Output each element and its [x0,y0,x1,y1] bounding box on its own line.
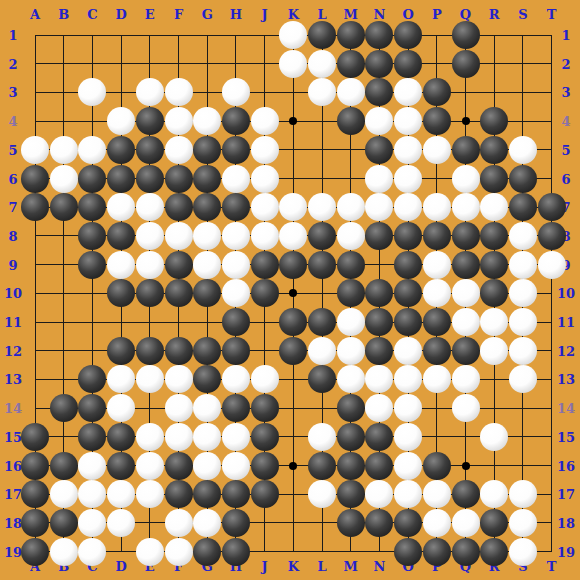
black-stone-N16 [365,452,393,480]
row-label-left-15: 15 [4,430,22,443]
white-stone-E19 [136,538,164,566]
black-stone-J14 [251,394,279,422]
white-stone-J7 [251,193,279,221]
black-stone-M2 [337,50,365,78]
black-stone-P8 [423,222,451,250]
white-stone-T9 [538,251,566,279]
col-label-top-P: P [432,8,442,21]
black-stone-G5 [193,136,221,164]
black-stone-R10 [480,279,508,307]
white-stone-J5 [251,136,279,164]
white-stone-Q7 [452,193,480,221]
col-label-top-A: A [30,8,40,21]
star-point-Q16 [462,462,470,470]
black-stone-L13 [308,365,336,393]
col-label-bottom-K: K [288,560,299,573]
row-label-right-13: 13 [557,373,575,386]
white-stone-H10 [222,279,250,307]
white-stone-H8 [222,222,250,250]
black-stone-F6 [165,165,193,193]
white-stone-L3 [308,78,336,106]
row-label-left-8: 8 [8,229,17,242]
black-stone-O11 [394,308,422,336]
white-stone-S5 [509,136,537,164]
white-stone-P17 [423,480,451,508]
white-stone-C19 [78,538,106,566]
white-stone-S9 [509,251,537,279]
white-stone-M3 [337,78,365,106]
black-stone-P4 [423,107,451,135]
col-label-top-H: H [230,8,242,21]
white-stone-N6 [365,165,393,193]
white-stone-D7 [107,193,135,221]
white-stone-P7 [423,193,451,221]
col-label-top-L: L [317,8,326,21]
white-stone-L7 [308,193,336,221]
row-label-right-1: 1 [561,29,570,42]
white-stone-N17 [365,480,393,508]
black-stone-S6 [509,165,537,193]
col-label-top-C: C [87,8,97,21]
black-stone-M10 [337,279,365,307]
white-stone-O13 [394,365,422,393]
row-label-right-12: 12 [557,344,575,357]
black-stone-C15 [78,423,106,451]
black-stone-O9 [394,251,422,279]
row-label-left-7: 7 [8,201,17,214]
black-stone-S7 [509,193,537,221]
black-stone-G17 [193,480,221,508]
white-stone-Q14 [452,394,480,422]
black-stone-A19 [21,538,49,566]
white-stone-O12 [394,337,422,365]
white-stone-R12 [480,337,508,365]
star-point-K10 [289,289,297,297]
black-stone-N15 [365,423,393,451]
white-stone-H16 [222,452,250,480]
col-label-top-O: O [402,8,413,21]
row-label-right-10: 10 [557,287,575,300]
col-label-top-N: N [373,8,385,21]
col-label-top-G: G [202,8,213,21]
black-stone-J16 [251,452,279,480]
black-stone-N10 [365,279,393,307]
black-stone-R19 [480,538,508,566]
white-stone-R17 [480,480,508,508]
white-stone-P9 [423,251,451,279]
black-stone-C6 [78,165,106,193]
white-stone-D4 [107,107,135,135]
white-stone-C3 [78,78,106,106]
row-label-left-14: 14 [4,402,22,415]
black-stone-Q2 [452,50,480,78]
black-stone-D5 [107,136,135,164]
black-stone-O18 [394,509,422,537]
col-label-top-K: K [288,8,299,21]
row-label-right-19: 19 [557,545,575,558]
white-stone-E16 [136,452,164,480]
black-stone-R8 [480,222,508,250]
white-stone-Q13 [452,365,480,393]
white-stone-O15 [394,423,422,451]
black-stone-M15 [337,423,365,451]
row-label-left-18: 18 [4,516,22,529]
black-stone-G6 [193,165,221,193]
white-stone-S13 [509,365,537,393]
white-stone-D17 [107,480,135,508]
black-stone-H18 [222,509,250,537]
col-label-top-E: E [145,8,155,21]
white-stone-Q11 [452,308,480,336]
col-label-top-M: M [343,8,357,21]
black-stone-D6 [107,165,135,193]
white-stone-A5 [21,136,49,164]
white-stone-G4 [193,107,221,135]
white-stone-O7 [394,193,422,221]
star-point-K4 [289,117,297,125]
white-stone-O16 [394,452,422,480]
black-stone-O8 [394,222,422,250]
black-stone-M16 [337,452,365,480]
black-stone-D16 [107,452,135,480]
white-stone-K7 [279,193,307,221]
white-stone-G18 [193,509,221,537]
white-stone-R11 [480,308,508,336]
black-stone-Q8 [452,222,480,250]
black-stone-Q1 [452,21,480,49]
white-stone-O17 [394,480,422,508]
col-label-bottom-N: N [373,560,385,573]
black-stone-F10 [165,279,193,307]
white-stone-P18 [423,509,451,537]
row-label-left-9: 9 [8,258,17,271]
black-stone-H12 [222,337,250,365]
black-stone-J15 [251,423,279,451]
white-stone-M13 [337,365,365,393]
row-label-left-1: 1 [8,29,17,42]
col-label-bottom-T: T [547,560,557,573]
white-stone-L17 [308,480,336,508]
white-stone-M8 [337,222,365,250]
black-stone-J9 [251,251,279,279]
col-label-top-J: J [262,8,268,21]
white-stone-E8 [136,222,164,250]
white-stone-K8 [279,222,307,250]
white-stone-N14 [365,394,393,422]
black-stone-B18 [50,509,78,537]
row-label-left-16: 16 [4,459,22,472]
row-label-left-6: 6 [8,172,17,185]
black-stone-H4 [222,107,250,135]
black-stone-M1 [337,21,365,49]
row-label-left-12: 12 [4,344,22,357]
row-label-left-10: 10 [4,287,22,300]
black-stone-Q17 [452,480,480,508]
black-stone-C7 [78,193,106,221]
white-stone-L15 [308,423,336,451]
black-stone-O10 [394,279,422,307]
col-label-top-S: S [518,8,527,21]
white-stone-E15 [136,423,164,451]
star-point-Q4 [462,117,470,125]
col-label-top-T: T [547,8,557,21]
black-stone-M4 [337,107,365,135]
white-stone-F13 [165,365,193,393]
row-label-right-15: 15 [557,430,575,443]
white-stone-P13 [423,365,451,393]
white-stone-G15 [193,423,221,451]
black-stone-B16 [50,452,78,480]
row-label-right-4: 4 [561,115,570,128]
black-stone-N3 [365,78,393,106]
row-label-left-13: 13 [4,373,22,386]
black-stone-K9 [279,251,307,279]
black-stone-A6 [21,165,49,193]
white-stone-S10 [509,279,537,307]
black-stone-M17 [337,480,365,508]
black-stone-Q19 [452,538,480,566]
black-stone-F16 [165,452,193,480]
white-stone-H15 [222,423,250,451]
row-label-right-16: 16 [557,459,575,472]
col-label-bottom-D: D [115,560,126,573]
white-stone-J6 [251,165,279,193]
black-stone-D15 [107,423,135,451]
black-stone-T7 [538,193,566,221]
white-stone-C18 [78,509,106,537]
black-stone-R5 [480,136,508,164]
black-stone-G7 [193,193,221,221]
white-stone-H13 [222,365,250,393]
black-stone-O1 [394,21,422,49]
black-stone-A17 [21,480,49,508]
col-label-bottom-J: J [262,560,268,573]
white-stone-S18 [509,509,537,537]
black-stone-A15 [21,423,49,451]
white-stone-J4 [251,107,279,135]
black-stone-P12 [423,337,451,365]
white-stone-E3 [136,78,164,106]
white-stone-B5 [50,136,78,164]
row-label-right-6: 6 [561,172,570,185]
row-label-right-2: 2 [561,57,570,70]
black-stone-D12 [107,337,135,365]
black-stone-E12 [136,337,164,365]
black-stone-H17 [222,480,250,508]
black-stone-J10 [251,279,279,307]
black-stone-N11 [365,308,393,336]
black-stone-B7 [50,193,78,221]
white-stone-C17 [78,480,106,508]
black-stone-N5 [365,136,393,164]
black-stone-E4 [136,107,164,135]
white-stone-O3 [394,78,422,106]
black-stone-P16 [423,452,451,480]
white-stone-Q10 [452,279,480,307]
white-stone-H9 [222,251,250,279]
black-stone-G12 [193,337,221,365]
white-stone-D18 [107,509,135,537]
white-stone-O4 [394,107,422,135]
col-label-top-B: B [58,8,69,21]
row-label-left-19: 19 [4,545,22,558]
white-stone-D14 [107,394,135,422]
white-stone-C16 [78,452,106,480]
black-stone-A7 [21,193,49,221]
white-stone-F19 [165,538,193,566]
black-stone-M14 [337,394,365,422]
black-stone-H14 [222,394,250,422]
white-stone-M12 [337,337,365,365]
white-stone-Q18 [452,509,480,537]
black-stone-K12 [279,337,307,365]
white-stone-Q6 [452,165,480,193]
white-stone-P10 [423,279,451,307]
row-label-left-11: 11 [4,316,22,329]
black-stone-M18 [337,509,365,537]
white-stone-S19 [509,538,537,566]
white-stone-D13 [107,365,135,393]
black-stone-P19 [423,538,451,566]
row-label-right-5: 5 [561,143,570,156]
row-label-left-2: 2 [8,57,17,70]
white-stone-S12 [509,337,537,365]
black-stone-R4 [480,107,508,135]
black-stone-N1 [365,21,393,49]
black-stone-T8 [538,222,566,250]
black-stone-D10 [107,279,135,307]
row-label-right-14: 14 [557,402,575,415]
white-stone-F8 [165,222,193,250]
white-stone-N4 [365,107,393,135]
col-label-top-R: R [489,8,500,21]
white-stone-G14 [193,394,221,422]
black-stone-E5 [136,136,164,164]
white-stone-L12 [308,337,336,365]
black-stone-Q9 [452,251,480,279]
black-stone-L9 [308,251,336,279]
row-label-left-4: 4 [8,115,17,128]
black-stone-Q5 [452,136,480,164]
black-stone-P3 [423,78,451,106]
black-stone-G13 [193,365,221,393]
col-label-bottom-M: M [343,560,357,573]
black-stone-C14 [78,394,106,422]
black-stone-D8 [107,222,135,250]
black-stone-O19 [394,538,422,566]
black-stone-E6 [136,165,164,193]
white-stone-F5 [165,136,193,164]
row-label-right-17: 17 [557,488,575,501]
white-stone-D9 [107,251,135,279]
black-stone-R6 [480,165,508,193]
white-stone-B19 [50,538,78,566]
white-stone-S17 [509,480,537,508]
white-stone-M7 [337,193,365,221]
col-label-bottom-L: L [317,560,326,573]
black-stone-H19 [222,538,250,566]
row-label-left-17: 17 [4,488,22,501]
black-stone-H5 [222,136,250,164]
black-stone-N8 [365,222,393,250]
white-stone-S8 [509,222,537,250]
white-stone-O5 [394,136,422,164]
black-stone-N18 [365,509,393,537]
white-stone-G9 [193,251,221,279]
black-stone-G19 [193,538,221,566]
row-label-right-3: 3 [561,86,570,99]
black-stone-E10 [136,279,164,307]
white-stone-O14 [394,394,422,422]
black-stone-O2 [394,50,422,78]
white-stone-E13 [136,365,164,393]
white-stone-B6 [50,165,78,193]
black-stone-R18 [480,509,508,537]
row-label-right-11: 11 [557,316,575,329]
black-stone-P11 [423,308,451,336]
white-stone-E9 [136,251,164,279]
white-stone-J13 [251,365,279,393]
black-stone-L8 [308,222,336,250]
black-stone-H7 [222,193,250,221]
black-stone-N2 [365,50,393,78]
col-label-top-F: F [174,8,183,21]
white-stone-M11 [337,308,365,336]
col-label-top-D: D [115,8,126,21]
black-stone-F17 [165,480,193,508]
white-stone-F15 [165,423,193,451]
black-stone-C13 [78,365,106,393]
white-stone-F18 [165,509,193,537]
black-stone-F9 [165,251,193,279]
row-label-left-5: 5 [8,143,17,156]
white-stone-F14 [165,394,193,422]
white-stone-G16 [193,452,221,480]
black-stone-F7 [165,193,193,221]
black-stone-G10 [193,279,221,307]
black-stone-B14 [50,394,78,422]
white-stone-N7 [365,193,393,221]
white-stone-K2 [279,50,307,78]
black-stone-N12 [365,337,393,365]
white-stone-O6 [394,165,422,193]
white-stone-S11 [509,308,537,336]
star-point-K16 [289,462,297,470]
black-stone-L1 [308,21,336,49]
white-stone-K1 [279,21,307,49]
black-stone-H11 [222,308,250,336]
row-label-right-18: 18 [557,516,575,529]
black-stone-R9 [480,251,508,279]
black-stone-Q12 [452,337,480,365]
white-stone-B17 [50,480,78,508]
white-stone-G8 [193,222,221,250]
black-stone-A16 [21,452,49,480]
white-stone-F4 [165,107,193,135]
white-stone-E7 [136,193,164,221]
white-stone-P5 [423,136,451,164]
white-stone-R15 [480,423,508,451]
grid-line-vertical [551,35,552,553]
black-stone-C8 [78,222,106,250]
row-label-left-3: 3 [8,86,17,99]
white-stone-C5 [78,136,106,164]
black-stone-M9 [337,251,365,279]
black-stone-A18 [21,509,49,537]
black-stone-C9 [78,251,106,279]
go-board[interactable]: AABBCCDDEEFFGGHHJJKKLLMMNNOOPPQQRRSSTT11… [0,0,580,580]
white-stone-L2 [308,50,336,78]
